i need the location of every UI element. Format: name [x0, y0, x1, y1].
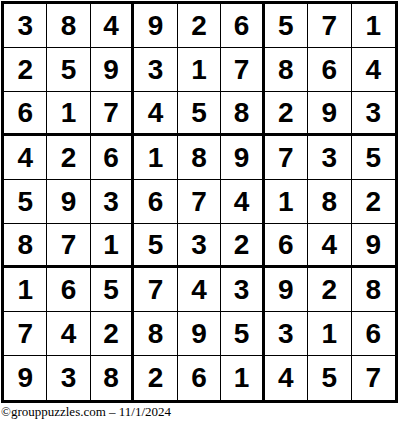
cell-r1c3: 4	[91, 4, 134, 48]
cell-r7c3: 5	[91, 268, 134, 312]
cell-r1c1: 3	[4, 4, 47, 48]
cell-r6c6: 2	[221, 224, 264, 268]
cell-r1c8: 7	[308, 4, 351, 48]
cell-r3c8: 9	[308, 92, 351, 136]
cell-r7c8: 2	[308, 268, 351, 312]
cell-r8c1: 7	[4, 312, 47, 356]
cell-r2c6: 7	[221, 48, 264, 92]
cell-r8c8: 1	[308, 312, 351, 356]
cell-r9c5: 6	[178, 356, 221, 400]
cell-r6c5: 3	[178, 224, 221, 268]
cell-r7c7: 9	[265, 268, 308, 312]
cell-r5c6: 4	[221, 180, 264, 224]
cell-r2c5: 1	[178, 48, 221, 92]
cell-r2c9: 4	[352, 48, 395, 92]
cell-r9c9: 7	[352, 356, 395, 400]
cell-r9c3: 8	[91, 356, 134, 400]
sudoku-board: 3 8 4 9 2 6 5 7 1 2 5 9 3 1 7 8 6 4 6 1 …	[1, 1, 398, 403]
cell-r6c8: 4	[308, 224, 351, 268]
cell-r4c8: 3	[308, 136, 351, 180]
cell-r8c5: 9	[178, 312, 221, 356]
cell-r9c8: 5	[308, 356, 351, 400]
cell-r3c7: 2	[265, 92, 308, 136]
cell-r2c2: 5	[47, 48, 90, 92]
cell-r4c1: 4	[4, 136, 47, 180]
cell-r6c7: 6	[265, 224, 308, 268]
cell-r1c4: 9	[134, 4, 177, 48]
cell-r3c9: 3	[352, 92, 395, 136]
cell-r3c1: 6	[4, 92, 47, 136]
cell-r7c4: 7	[134, 268, 177, 312]
copyright-text: ©grouppuzzles.com – 11/1/2024	[1, 404, 171, 420]
cell-r8c3: 2	[91, 312, 134, 356]
cell-r1c9: 1	[352, 4, 395, 48]
cell-r5c5: 7	[178, 180, 221, 224]
cell-r8c7: 3	[265, 312, 308, 356]
cell-r9c7: 4	[265, 356, 308, 400]
cell-r9c4: 2	[134, 356, 177, 400]
cell-r4c6: 9	[221, 136, 264, 180]
cell-r6c1: 8	[4, 224, 47, 268]
cell-r3c4: 4	[134, 92, 177, 136]
cell-r4c3: 6	[91, 136, 134, 180]
cell-r2c4: 3	[134, 48, 177, 92]
cell-r6c9: 9	[352, 224, 395, 268]
cell-r6c3: 1	[91, 224, 134, 268]
cell-r5c2: 9	[47, 180, 90, 224]
cell-r2c7: 8	[265, 48, 308, 92]
cell-r7c1: 1	[4, 268, 47, 312]
cell-r8c9: 6	[352, 312, 395, 356]
cell-r7c6: 3	[221, 268, 264, 312]
cell-r8c2: 4	[47, 312, 90, 356]
cell-r7c5: 4	[178, 268, 221, 312]
cell-r9c6: 1	[221, 356, 264, 400]
cell-r7c9: 8	[352, 268, 395, 312]
cell-r3c6: 8	[221, 92, 264, 136]
cell-r1c7: 5	[265, 4, 308, 48]
cell-r5c7: 1	[265, 180, 308, 224]
cell-r4c5: 8	[178, 136, 221, 180]
cell-r8c4: 8	[134, 312, 177, 356]
cell-r3c5: 5	[178, 92, 221, 136]
cell-r3c3: 7	[91, 92, 134, 136]
cell-r9c2: 3	[47, 356, 90, 400]
cell-r6c4: 5	[134, 224, 177, 268]
cell-r2c1: 2	[4, 48, 47, 92]
cell-r4c2: 2	[47, 136, 90, 180]
cell-r9c1: 9	[4, 356, 47, 400]
cell-r1c6: 6	[221, 4, 264, 48]
cell-r5c9: 2	[352, 180, 395, 224]
cell-r8c6: 5	[221, 312, 264, 356]
cell-r6c2: 7	[47, 224, 90, 268]
cell-r2c8: 6	[308, 48, 351, 92]
cell-r5c1: 5	[4, 180, 47, 224]
cell-r7c2: 6	[47, 268, 90, 312]
cell-r1c5: 2	[178, 4, 221, 48]
cell-r2c3: 9	[91, 48, 134, 92]
cell-r5c8: 8	[308, 180, 351, 224]
cell-r4c7: 7	[265, 136, 308, 180]
cell-r4c4: 1	[134, 136, 177, 180]
cell-r5c3: 3	[91, 180, 134, 224]
cell-r4c9: 5	[352, 136, 395, 180]
cell-r3c2: 1	[47, 92, 90, 136]
cell-r1c2: 8	[47, 4, 90, 48]
cell-r5c4: 6	[134, 180, 177, 224]
